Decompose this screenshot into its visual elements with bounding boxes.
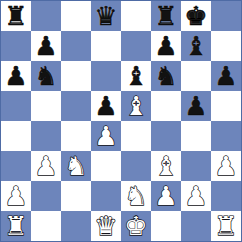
square-e8[interactable] [121,1,151,31]
white-pawn-piece: ♟ [4,181,27,211]
square-e5[interactable]: ♝ [121,91,151,121]
square-a5[interactable] [1,91,31,121]
square-d3[interactable] [91,151,121,181]
square-a7[interactable] [1,31,31,61]
white-bishop-piece: ♝ [124,91,147,121]
black-knight-piece: ♞ [34,61,57,91]
square-b5[interactable] [31,91,61,121]
square-h7[interactable] [211,31,241,61]
square-c1[interactable] [61,211,91,241]
white-knight-piece: ♞ [124,181,147,211]
white-knight-piece: ♞ [64,151,87,181]
square-b1[interactable] [31,211,61,241]
black-pawn-piece: ♟ [94,91,117,121]
square-d8[interactable]: ♛ [91,1,121,31]
square-a8[interactable]: ♜ [1,1,31,31]
square-h1[interactable]: ♜ [211,211,241,241]
black-rook-piece: ♜ [154,1,177,31]
black-bishop-piece: ♝ [184,31,207,61]
square-b7[interactable]: ♟ [31,31,61,61]
square-e2[interactable]: ♞ [121,181,151,211]
square-e3[interactable] [121,151,151,181]
black-rook-piece: ♜ [4,1,27,31]
square-c2[interactable] [61,181,91,211]
square-g2[interactable]: ♟ [181,181,211,211]
white-pawn-piece: ♟ [154,181,177,211]
square-h2[interactable] [211,181,241,211]
white-pawn-piece: ♟ [94,121,117,151]
square-a4[interactable] [1,121,31,151]
square-h5[interactable] [211,91,241,121]
square-e4[interactable] [121,121,151,151]
square-h4[interactable] [211,121,241,151]
square-e7[interactable] [121,31,151,61]
square-f3[interactable]: ♝ [151,151,181,181]
square-f8[interactable]: ♜ [151,1,181,31]
black-knight-piece: ♞ [154,61,177,91]
square-g7[interactable]: ♝ [181,31,211,61]
square-c6[interactable] [61,61,91,91]
square-d5[interactable]: ♟ [91,91,121,121]
square-h8[interactable] [211,1,241,31]
square-d4[interactable]: ♟ [91,121,121,151]
square-e6[interactable]: ♝ [121,61,151,91]
square-f4[interactable] [151,121,181,151]
square-d7[interactable] [91,31,121,61]
square-h3[interactable]: ♟ [211,151,241,181]
square-f7[interactable]: ♟ [151,31,181,61]
square-a3[interactable] [1,151,31,181]
square-g6[interactable] [181,61,211,91]
square-d2[interactable] [91,181,121,211]
square-f6[interactable]: ♞ [151,61,181,91]
white-pawn-piece: ♟ [214,151,237,181]
white-rook-piece: ♜ [4,211,27,241]
white-queen-piece: ♛ [94,211,117,241]
white-bishop-piece: ♝ [154,151,177,181]
black-pawn-piece: ♟ [4,61,27,91]
square-b6[interactable]: ♞ [31,61,61,91]
black-bishop-piece: ♝ [124,61,147,91]
square-c8[interactable] [61,1,91,31]
square-f5[interactable] [151,91,181,121]
square-c4[interactable] [61,121,91,151]
black-pawn-piece: ♟ [34,31,57,61]
square-a2[interactable]: ♟ [1,181,31,211]
square-b2[interactable] [31,181,61,211]
square-f2[interactable]: ♟ [151,181,181,211]
black-pawn-piece: ♟ [184,91,207,121]
square-g3[interactable] [181,151,211,181]
square-d1[interactable]: ♛ [91,211,121,241]
square-c3[interactable]: ♞ [61,151,91,181]
black-king-piece: ♚ [184,1,207,31]
square-b4[interactable] [31,121,61,151]
white-pawn-piece: ♟ [184,181,207,211]
black-pawn-piece: ♟ [214,61,237,91]
square-a6[interactable]: ♟ [1,61,31,91]
square-c7[interactable] [61,31,91,61]
square-g1[interactable] [181,211,211,241]
square-b3[interactable]: ♟ [31,151,61,181]
square-b8[interactable] [31,1,61,31]
square-g8[interactable]: ♚ [181,1,211,31]
chess-board: ♜♛♜♚♟♟♝♟♞♝♞♟♟♝♟♟♟♞♝♟♟♞♟♟♜♛♚♜ [0,0,242,242]
square-e1[interactable]: ♚ [121,211,151,241]
white-rook-piece: ♜ [214,211,237,241]
black-queen-piece: ♛ [94,1,117,31]
square-a1[interactable]: ♜ [1,211,31,241]
square-c5[interactable] [61,91,91,121]
square-g5[interactable]: ♟ [181,91,211,121]
square-h6[interactable]: ♟ [211,61,241,91]
square-d6[interactable] [91,61,121,91]
black-pawn-piece: ♟ [154,31,177,61]
square-f1[interactable] [151,211,181,241]
square-g4[interactable] [181,121,211,151]
white-king-piece: ♚ [124,211,147,241]
white-pawn-piece: ♟ [34,151,57,181]
